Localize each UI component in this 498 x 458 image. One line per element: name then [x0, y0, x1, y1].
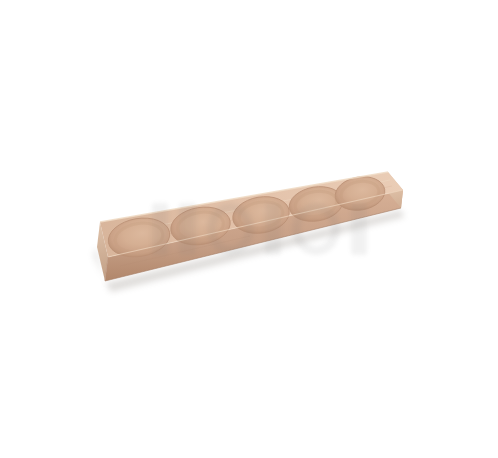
pit-4[interactable]	[285, 178, 341, 228]
pit-5[interactable]	[335, 169, 390, 219]
product-photo-canvas: Overhead-angle product photo of a light …	[0, 0, 498, 458]
